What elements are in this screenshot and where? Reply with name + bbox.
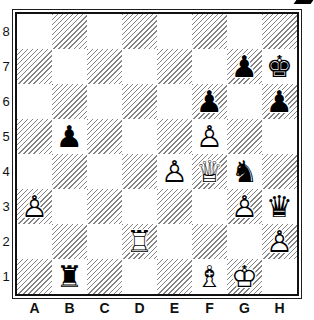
- chess-diagram: 87654321 ♟♚♟♟♟♟♙♟♙♛♕♞♟♙♟♙♛♜♖♟♙♜♝♗♚♔ ABCD…: [0, 0, 314, 320]
- piece-white-rook-d2[interactable]: ♜♖: [122, 224, 157, 259]
- square-f3[interactable]: [192, 189, 227, 224]
- file-label-b: B: [52, 300, 87, 316]
- square-h4[interactable]: [262, 154, 297, 189]
- square-g4[interactable]: ♞: [227, 154, 262, 189]
- square-f1[interactable]: ♝♗: [192, 259, 227, 294]
- rank-label-2: 2: [0, 224, 12, 259]
- square-e4[interactable]: ♟♙: [157, 154, 192, 189]
- rank-labels: 87654321: [0, 14, 12, 294]
- square-g8[interactable]: [227, 14, 262, 49]
- square-g6[interactable]: [227, 84, 262, 119]
- file-label-d: D: [122, 300, 157, 316]
- square-c3[interactable]: [87, 189, 122, 224]
- square-c4[interactable]: [87, 154, 122, 189]
- piece-glyph: ♟: [192, 84, 227, 119]
- square-d7[interactable]: [122, 49, 157, 84]
- piece-outline-glyph: ♗: [192, 259, 227, 294]
- piece-white-pawn-a3[interactable]: ♟♙: [17, 189, 52, 224]
- square-b7[interactable]: [52, 49, 87, 84]
- square-g2[interactable]: [227, 224, 262, 259]
- piece-glyph: ♛: [262, 189, 297, 224]
- scan-artifact: [294, 0, 314, 4]
- square-d5[interactable]: [122, 119, 157, 154]
- square-a3[interactable]: ♟♙: [17, 189, 52, 224]
- piece-black-king-h7[interactable]: ♚: [262, 49, 297, 84]
- file-label-f: F: [192, 300, 227, 316]
- piece-black-pawn-b5[interactable]: ♟: [52, 119, 87, 154]
- piece-white-pawn-e4[interactable]: ♟♙: [157, 154, 192, 189]
- square-d3[interactable]: [122, 189, 157, 224]
- square-h5[interactable]: [262, 119, 297, 154]
- square-e3[interactable]: [157, 189, 192, 224]
- square-g5[interactable]: [227, 119, 262, 154]
- rank-label-3: 3: [0, 189, 12, 224]
- file-label-a: A: [17, 300, 52, 316]
- piece-white-pawn-h2[interactable]: ♟♙: [262, 224, 297, 259]
- square-a4[interactable]: [17, 154, 52, 189]
- square-d2[interactable]: ♜♖: [122, 224, 157, 259]
- square-c8[interactable]: [87, 14, 122, 49]
- rank-label-4: 4: [0, 154, 12, 189]
- rank-label-1: 1: [0, 259, 12, 294]
- square-e8[interactable]: [157, 14, 192, 49]
- piece-white-pawn-g3[interactable]: ♟♙: [227, 189, 262, 224]
- piece-glyph: ♟: [52, 119, 87, 154]
- piece-black-pawn-f6[interactable]: ♟: [192, 84, 227, 119]
- piece-black-pawn-h6[interactable]: ♟: [262, 84, 297, 119]
- rank-label-6: 6: [0, 84, 12, 119]
- square-d1[interactable]: [122, 259, 157, 294]
- square-d4[interactable]: [122, 154, 157, 189]
- piece-black-pawn-g7[interactable]: ♟: [227, 49, 262, 84]
- square-b1[interactable]: ♜: [52, 259, 87, 294]
- piece-glyph: ♞: [227, 154, 262, 189]
- square-a7[interactable]: [17, 49, 52, 84]
- square-h7[interactable]: ♚: [262, 49, 297, 84]
- file-label-h: H: [262, 300, 297, 316]
- square-b8[interactable]: [52, 14, 87, 49]
- piece-outline-glyph: ♙: [262, 224, 297, 259]
- square-d6[interactable]: [122, 84, 157, 119]
- piece-glyph: ♜: [52, 259, 87, 294]
- square-g7[interactable]: ♟: [227, 49, 262, 84]
- piece-glyph: ♚: [262, 49, 297, 84]
- file-labels: ABCDEFGH: [17, 300, 297, 316]
- square-e1[interactable]: [157, 259, 192, 294]
- piece-white-queen-f4[interactable]: ♛♕: [192, 154, 227, 189]
- square-b2[interactable]: [52, 224, 87, 259]
- piece-black-knight-g4[interactable]: ♞: [227, 154, 262, 189]
- board-frame: ♟♚♟♟♟♟♙♟♙♛♕♞♟♙♟♙♛♜♖♟♙♜♝♗♚♔: [12, 9, 302, 299]
- square-b4[interactable]: [52, 154, 87, 189]
- square-b5[interactable]: ♟: [52, 119, 87, 154]
- square-d8[interactable]: [122, 14, 157, 49]
- square-g1[interactable]: ♚♔: [227, 259, 262, 294]
- piece-outline-glyph: ♔: [227, 259, 262, 294]
- square-e2[interactable]: [157, 224, 192, 259]
- file-label-e: E: [157, 300, 192, 316]
- square-f8[interactable]: [192, 14, 227, 49]
- piece-outline-glyph: ♙: [192, 119, 227, 154]
- square-b6[interactable]: [52, 84, 87, 119]
- piece-outline-glyph: ♙: [227, 189, 262, 224]
- piece-outline-glyph: ♕: [192, 154, 227, 189]
- square-g3[interactable]: ♟♙: [227, 189, 262, 224]
- piece-black-queen-h3[interactable]: ♛: [262, 189, 297, 224]
- piece-white-king-g1[interactable]: ♚♔: [227, 259, 262, 294]
- square-a2[interactable]: [17, 224, 52, 259]
- square-a6[interactable]: [17, 84, 52, 119]
- square-e7[interactable]: [157, 49, 192, 84]
- square-h6[interactable]: ♟: [262, 84, 297, 119]
- square-h2[interactable]: ♟♙: [262, 224, 297, 259]
- file-label-g: G: [227, 300, 262, 316]
- square-a8[interactable]: [17, 14, 52, 49]
- piece-outline-glyph: ♙: [17, 189, 52, 224]
- square-c7[interactable]: [87, 49, 122, 84]
- square-c2[interactable]: [87, 224, 122, 259]
- square-c1[interactable]: [87, 259, 122, 294]
- square-a1[interactable]: [17, 259, 52, 294]
- square-e6[interactable]: [157, 84, 192, 119]
- square-f5[interactable]: ♟♙: [192, 119, 227, 154]
- square-f4[interactable]: ♛♕: [192, 154, 227, 189]
- piece-glyph: ♟: [227, 49, 262, 84]
- piece-black-rook-b1[interactable]: ♜: [52, 259, 87, 294]
- square-f6[interactable]: ♟: [192, 84, 227, 119]
- piece-outline-glyph: ♙: [157, 154, 192, 189]
- piece-outline-glyph: ♖: [122, 224, 157, 259]
- square-h1[interactable]: [262, 259, 297, 294]
- square-e5[interactable]: [157, 119, 192, 154]
- square-h8[interactable]: [262, 14, 297, 49]
- piece-white-bishop-f1[interactable]: ♝♗: [192, 259, 227, 294]
- file-label-c: C: [87, 300, 122, 316]
- square-f2[interactable]: [192, 224, 227, 259]
- square-a5[interactable]: [17, 119, 52, 154]
- piece-white-pawn-f5[interactable]: ♟♙: [192, 119, 227, 154]
- piece-glyph: ♟: [262, 84, 297, 119]
- square-c6[interactable]: [87, 84, 122, 119]
- rank-label-5: 5: [0, 119, 12, 154]
- rank-label-8: 8: [0, 14, 12, 49]
- square-f7[interactable]: [192, 49, 227, 84]
- square-c5[interactable]: [87, 119, 122, 154]
- square-h3[interactable]: ♛: [262, 189, 297, 224]
- rank-label-7: 7: [0, 49, 12, 84]
- chess-board: ♟♚♟♟♟♟♙♟♙♛♕♞♟♙♟♙♛♜♖♟♙♜♝♗♚♔: [15, 12, 299, 296]
- square-b3[interactable]: [52, 189, 87, 224]
